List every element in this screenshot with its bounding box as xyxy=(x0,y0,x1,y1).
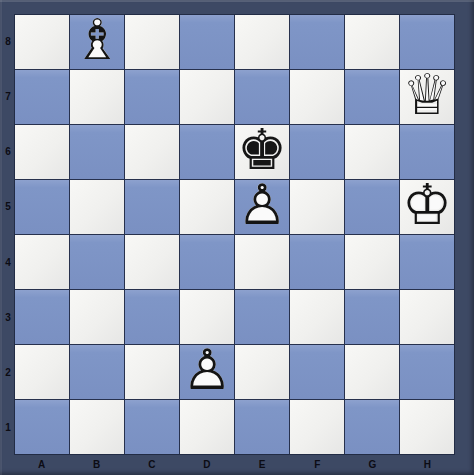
square-f5[interactable] xyxy=(290,180,344,234)
white-pawn[interactable]: ♟♙ xyxy=(180,345,234,399)
square-e1[interactable] xyxy=(235,400,289,454)
square-f2[interactable] xyxy=(290,345,344,399)
rank-label-3: 3 xyxy=(0,290,14,345)
square-f1[interactable] xyxy=(290,400,344,454)
square-b6[interactable] xyxy=(70,125,124,179)
square-b8[interactable]: ♝♗ xyxy=(70,15,124,69)
square-a7[interactable] xyxy=(15,70,69,124)
square-h7[interactable]: ♛♕ xyxy=(400,70,454,124)
square-e2[interactable] xyxy=(235,345,289,399)
black-king-glyph: ♚ xyxy=(235,123,289,177)
file-label-b: B xyxy=(69,455,124,473)
square-a1[interactable] xyxy=(15,400,69,454)
square-f7[interactable] xyxy=(290,70,344,124)
rank-label-7: 7 xyxy=(0,69,14,124)
white-pawn[interactable]: ♟♙ xyxy=(235,180,289,234)
square-e6[interactable]: ♚ xyxy=(235,125,289,179)
square-a8[interactable] xyxy=(15,15,69,69)
file-labels: ABCDEFGH xyxy=(14,455,455,473)
square-c4[interactable] xyxy=(125,235,179,289)
square-d5[interactable] xyxy=(180,180,234,234)
file-label-g: G xyxy=(345,455,400,473)
square-b1[interactable] xyxy=(70,400,124,454)
square-a3[interactable] xyxy=(15,290,69,344)
white-king-outline: ♔ xyxy=(400,178,454,232)
square-h4[interactable] xyxy=(400,235,454,289)
square-e8[interactable] xyxy=(235,15,289,69)
square-g8[interactable] xyxy=(345,15,399,69)
square-c6[interactable] xyxy=(125,125,179,179)
square-g1[interactable] xyxy=(345,400,399,454)
square-a2[interactable] xyxy=(15,345,69,399)
square-b3[interactable] xyxy=(70,290,124,344)
square-c7[interactable] xyxy=(125,70,179,124)
white-bishop-outline: ♗ xyxy=(70,13,124,67)
white-pawn-outline: ♙ xyxy=(180,343,234,397)
file-label-h: H xyxy=(400,455,455,473)
file-label-f: F xyxy=(290,455,345,473)
white-pawn-outline: ♙ xyxy=(235,178,289,232)
square-g4[interactable] xyxy=(345,235,399,289)
square-a4[interactable] xyxy=(15,235,69,289)
square-h1[interactable] xyxy=(400,400,454,454)
square-h8[interactable] xyxy=(400,15,454,69)
square-d1[interactable] xyxy=(180,400,234,454)
rank-label-6: 6 xyxy=(0,124,14,179)
square-d2[interactable]: ♟♙ xyxy=(180,345,234,399)
square-g7[interactable] xyxy=(345,70,399,124)
white-queen-outline: ♕ xyxy=(400,68,454,122)
square-e5[interactable]: ♟♙ xyxy=(235,180,289,234)
rank-label-4: 4 xyxy=(0,235,14,290)
square-b4[interactable] xyxy=(70,235,124,289)
square-c2[interactable] xyxy=(125,345,179,399)
square-h5[interactable]: ♚♔ xyxy=(400,180,454,234)
square-g6[interactable] xyxy=(345,125,399,179)
square-c8[interactable] xyxy=(125,15,179,69)
square-g5[interactable] xyxy=(345,180,399,234)
square-f3[interactable] xyxy=(290,290,344,344)
square-c3[interactable] xyxy=(125,290,179,344)
white-king[interactable]: ♚♔ xyxy=(400,180,454,234)
square-g2[interactable] xyxy=(345,345,399,399)
square-h6[interactable] xyxy=(400,125,454,179)
rank-label-5: 5 xyxy=(0,179,14,234)
rank-label-1: 1 xyxy=(0,400,14,455)
square-c5[interactable] xyxy=(125,180,179,234)
white-queen[interactable]: ♛♕ xyxy=(400,70,454,124)
file-label-a: A xyxy=(14,455,69,473)
file-label-e: E xyxy=(235,455,290,473)
square-e3[interactable] xyxy=(235,290,289,344)
square-c1[interactable] xyxy=(125,400,179,454)
square-a6[interactable] xyxy=(15,125,69,179)
file-label-d: D xyxy=(179,455,234,473)
rank-label-8: 8 xyxy=(0,14,14,69)
square-d7[interactable] xyxy=(180,70,234,124)
chess-diagram: 87654321 ♝♗♛♕♚♟♙♚♔♟♙ ABCDEFGH xyxy=(0,0,474,475)
rank-label-2: 2 xyxy=(0,345,14,400)
square-f8[interactable] xyxy=(290,15,344,69)
square-h2[interactable] xyxy=(400,345,454,399)
square-b2[interactable] xyxy=(70,345,124,399)
white-bishop[interactable]: ♝♗ xyxy=(70,15,124,69)
square-h3[interactable] xyxy=(400,290,454,344)
square-f4[interactable] xyxy=(290,235,344,289)
black-king[interactable]: ♚ xyxy=(235,125,289,179)
square-d6[interactable] xyxy=(180,125,234,179)
square-d8[interactable] xyxy=(180,15,234,69)
square-d4[interactable] xyxy=(180,235,234,289)
square-d3[interactable] xyxy=(180,290,234,344)
square-b5[interactable] xyxy=(70,180,124,234)
square-f6[interactable] xyxy=(290,125,344,179)
square-e7[interactable] xyxy=(235,70,289,124)
square-e4[interactable] xyxy=(235,235,289,289)
rank-labels: 87654321 xyxy=(0,14,14,455)
square-b7[interactable] xyxy=(70,70,124,124)
chessboard: ♝♗♛♕♚♟♙♚♔♟♙ xyxy=(14,14,455,455)
square-g3[interactable] xyxy=(345,290,399,344)
square-a5[interactable] xyxy=(15,180,69,234)
file-label-c: C xyxy=(124,455,179,473)
